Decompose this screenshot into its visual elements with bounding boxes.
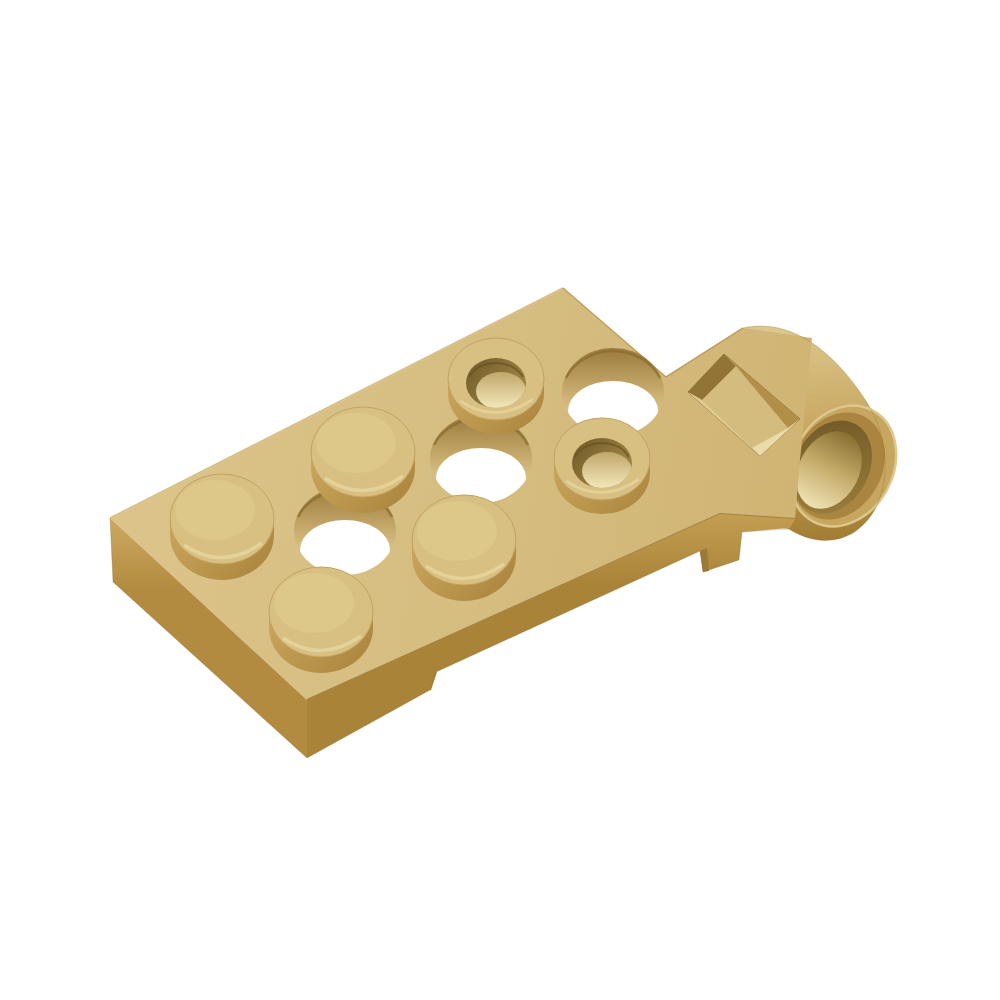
solid-stud-3 [269,567,373,673]
hollow-stud-1 [448,338,544,434]
product-image: Tan building-brick hinge plate 2 x 4 wit… [0,0,1000,1000]
hollow-stud-2 [554,418,650,514]
brick-figure: Tan building-brick hinge plate 2 x 4 wit… [0,0,1000,1000]
brick-render [0,0,1000,1000]
solid-stud-1 [170,474,274,580]
solid-stud-2 [311,407,415,513]
solid-stud-4 [412,495,516,601]
